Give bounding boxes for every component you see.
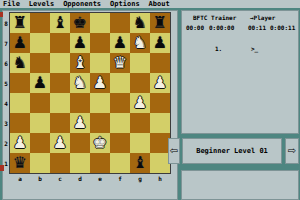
square-g7[interactable]: ♞ (130, 33, 150, 53)
black-pawn: ♟ (13, 33, 27, 53)
square-a2[interactable]: ♟ (10, 133, 30, 153)
square-c8[interactable]: ♝ (50, 13, 70, 33)
square-c6[interactable] (50, 53, 70, 73)
white-bishop: ♝ (73, 53, 87, 73)
square-c1[interactable] (50, 153, 70, 173)
square-f1[interactable] (110, 153, 130, 173)
black-pawn: ♟ (153, 33, 167, 53)
square-e7[interactable] (90, 33, 110, 53)
black-pawn: ♟ (73, 33, 87, 53)
file-label-g: g (130, 175, 150, 183)
white-move-clock: 00:00 (186, 24, 204, 32)
square-e5[interactable]: ♟ (90, 73, 110, 93)
square-c7[interactable] (50, 33, 70, 53)
square-e2[interactable]: ♚ (90, 133, 110, 153)
black-player-label-turn-indicator: →Player (250, 14, 275, 22)
square-f7[interactable]: ♟ (110, 33, 130, 53)
file-label-c: c (50, 175, 70, 183)
black-bishop: ♝ (133, 153, 147, 173)
square-a5[interactable] (10, 73, 30, 93)
square-g4[interactable]: ♟ (130, 93, 150, 113)
square-h2[interactable] (150, 133, 170, 153)
square-b4[interactable] (30, 93, 50, 113)
square-e8[interactable] (90, 13, 110, 33)
white-pawn: ♟ (73, 113, 87, 133)
white-pawn: ♟ (53, 133, 67, 153)
square-h7[interactable]: ♟ (150, 33, 170, 53)
square-f2[interactable] (110, 133, 130, 153)
square-a6[interactable]: ♞ (10, 53, 30, 73)
square-a3[interactable] (10, 113, 30, 133)
square-e3[interactable] (90, 113, 110, 133)
square-c5[interactable] (50, 73, 70, 93)
square-h3[interactable] (150, 113, 170, 133)
file-labels: abcdefgh (10, 175, 170, 183)
square-c2[interactable]: ♟ (50, 133, 70, 153)
white-pawn: ♟ (13, 133, 27, 153)
black-rook: ♜ (153, 13, 167, 33)
square-e1[interactable] (90, 153, 110, 173)
square-d5[interactable]: ♞ (70, 73, 90, 93)
square-b3[interactable] (30, 113, 50, 133)
square-d6[interactable]: ♝ (70, 53, 90, 73)
square-c4[interactable] (50, 93, 70, 113)
white-player-label: BFTC Trainer (193, 14, 236, 22)
menu-item-about[interactable]: About (149, 0, 170, 8)
square-a1[interactable]: ♛ (10, 153, 30, 173)
file-label-h: h (150, 175, 170, 183)
menu-item-opponents[interactable]: Opponents (63, 0, 101, 8)
black-knight: ♞ (133, 13, 147, 33)
black-king: ♚ (73, 13, 87, 33)
menu-item-levels[interactable]: Levels (29, 0, 54, 8)
black-move-clock: 00:11 (248, 24, 266, 32)
square-c3[interactable] (50, 113, 70, 133)
level-next-button[interactable]: ⇨ (285, 138, 299, 164)
square-h1[interactable] (150, 153, 170, 173)
square-g1[interactable]: ♝ (130, 153, 150, 173)
black-knight: ♞ (13, 53, 27, 73)
move-number: 1. (215, 45, 222, 53)
file-label-e: e (90, 175, 110, 183)
chess-board: ♜♝♚♞♜♟♟♟♞♟♞♝♛♟♞♟♟♟♟♟♟♚♛♝ (9, 12, 171, 174)
menu-bar: FileLevelsOpponentsOptionsAbout (0, 0, 300, 8)
level-display: Beginner Level 01 (182, 138, 282, 164)
black-queen: ♛ (13, 153, 27, 173)
white-pawn: ♟ (133, 93, 147, 113)
black-bishop: ♝ (53, 13, 67, 33)
file-label-b: b (30, 175, 50, 183)
square-g2[interactable] (130, 133, 150, 153)
black-pawn: ♟ (33, 73, 47, 93)
square-b6[interactable] (30, 53, 50, 73)
white-pawn: ♟ (153, 73, 167, 93)
arrow-left-icon: ⇦ (169, 139, 179, 163)
square-f8[interactable] (110, 13, 130, 33)
level-prev-button[interactable]: ⇦ (168, 138, 180, 164)
screen-artifact-red-mark-top (0, 12, 3, 17)
black-rook: ♜ (13, 13, 27, 33)
square-b7[interactable] (30, 33, 50, 53)
white-king: ♚ (93, 133, 107, 153)
square-g8[interactable]: ♞ (130, 13, 150, 33)
file-label-a: a (10, 175, 30, 183)
square-a7[interactable]: ♟ (10, 33, 30, 53)
white-knight: ♞ (73, 73, 87, 93)
white-total-clock: 0:00:00 (209, 24, 234, 32)
square-b2[interactable] (30, 133, 50, 153)
white-knight: ♞ (133, 33, 147, 53)
board-panel: 87654321 ♜♝♚♞♜♟♟♟♞♟♞♝♛♟♞♟♟♟♟♟♟♚♛♝ abcdef… (2, 10, 178, 200)
square-d3[interactable]: ♟ (70, 113, 90, 133)
square-h6[interactable] (150, 53, 170, 73)
square-g6[interactable] (130, 53, 150, 73)
screen-artifact-red-mark-bottom (0, 165, 4, 171)
square-h5[interactable]: ♟ (150, 73, 170, 93)
file-label-d: d (70, 175, 90, 183)
square-a4[interactable] (10, 93, 30, 113)
square-h8[interactable]: ♜ (150, 13, 170, 33)
black-total-clock: 0:00:11 (270, 24, 295, 32)
clock-movelist-panel: BFTC Trainer →Player 00:00 0:00:00 00:11… (181, 10, 299, 134)
square-d8[interactable]: ♚ (70, 13, 90, 33)
square-g5[interactable] (130, 73, 150, 93)
square-d4[interactable] (70, 93, 90, 113)
square-f5[interactable] (110, 73, 130, 93)
menu-item-options[interactable]: Options (110, 0, 140, 8)
level-label: Beginner Level 01 (183, 139, 281, 163)
menu-item-file[interactable]: File (3, 0, 20, 8)
square-b5[interactable]: ♟ (30, 73, 50, 93)
square-e4[interactable] (90, 93, 110, 113)
white-queen: ♛ (113, 53, 127, 73)
move-input-prompt[interactable]: >_ (251, 45, 258, 53)
arrow-right-icon: ⇨ (286, 139, 298, 163)
message-panel (181, 170, 299, 200)
square-d2[interactable] (70, 133, 90, 153)
square-f6[interactable]: ♛ (110, 53, 130, 73)
square-b1[interactable] (30, 153, 50, 173)
square-g3[interactable] (130, 113, 150, 133)
square-f3[interactable] (110, 113, 130, 133)
square-d1[interactable] (70, 153, 90, 173)
square-a8[interactable]: ♜ (10, 13, 30, 33)
square-b8[interactable] (30, 13, 50, 33)
square-f4[interactable] (110, 93, 130, 113)
square-d7[interactable]: ♟ (70, 33, 90, 53)
white-pawn: ♟ (93, 73, 107, 93)
black-pawn: ♟ (113, 33, 127, 53)
square-h4[interactable] (150, 93, 170, 113)
square-e6[interactable] (90, 53, 110, 73)
file-label-f: f (110, 175, 130, 183)
